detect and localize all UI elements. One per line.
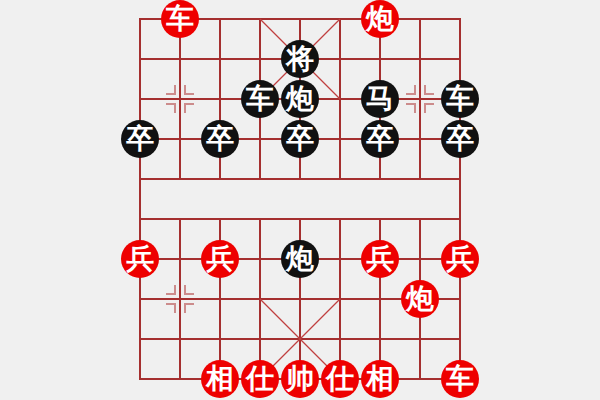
point-marker [160,79,200,119]
piece-red-elephant[interactable]: 相 [361,360,399,398]
piece-black-cannon[interactable]: 炮 [281,240,319,278]
piece-red-soldier[interactable]: 兵 [361,240,399,278]
piece-red-chariot[interactable]: 车 [441,360,479,398]
piece-black-chariot[interactable]: 车 [441,80,479,118]
piece-black-soldier[interactable]: 卒 [361,120,399,158]
point-marker [160,279,200,319]
piece-red-advisor[interactable]: 仕 [241,360,279,398]
xiangqi-board: 车炮将车炮马车卒卒卒卒卒兵兵炮兵兵炮相仕帅仕相车 [120,0,480,399]
piece-red-cannon[interactable]: 炮 [361,0,399,38]
piece-black-soldier[interactable]: 卒 [121,120,159,158]
piece-black-chariot[interactable]: 车 [241,80,279,118]
piece-red-soldier[interactable]: 兵 [441,240,479,278]
piece-black-general[interactable]: 将 [281,40,319,78]
point-marker [400,79,440,119]
piece-black-soldier[interactable]: 卒 [201,120,239,158]
xiangqi-diagram: 车炮将车炮马车卒卒卒卒卒兵兵炮兵兵炮相仕帅仕相车 [0,0,600,400]
piece-red-cannon[interactable]: 炮 [401,280,439,318]
piece-red-soldier[interactable]: 兵 [201,240,239,278]
piece-black-horse[interactable]: 马 [361,80,399,118]
piece-red-elephant[interactable]: 相 [201,360,239,398]
piece-black-cannon[interactable]: 炮 [281,80,319,118]
piece-red-king[interactable]: 帅 [281,360,319,398]
piece-red-advisor[interactable]: 仕 [321,360,359,398]
piece-red-soldier[interactable]: 兵 [121,240,159,278]
piece-black-soldier[interactable]: 卒 [441,120,479,158]
piece-red-chariot[interactable]: 车 [161,0,199,38]
piece-black-soldier[interactable]: 卒 [281,120,319,158]
